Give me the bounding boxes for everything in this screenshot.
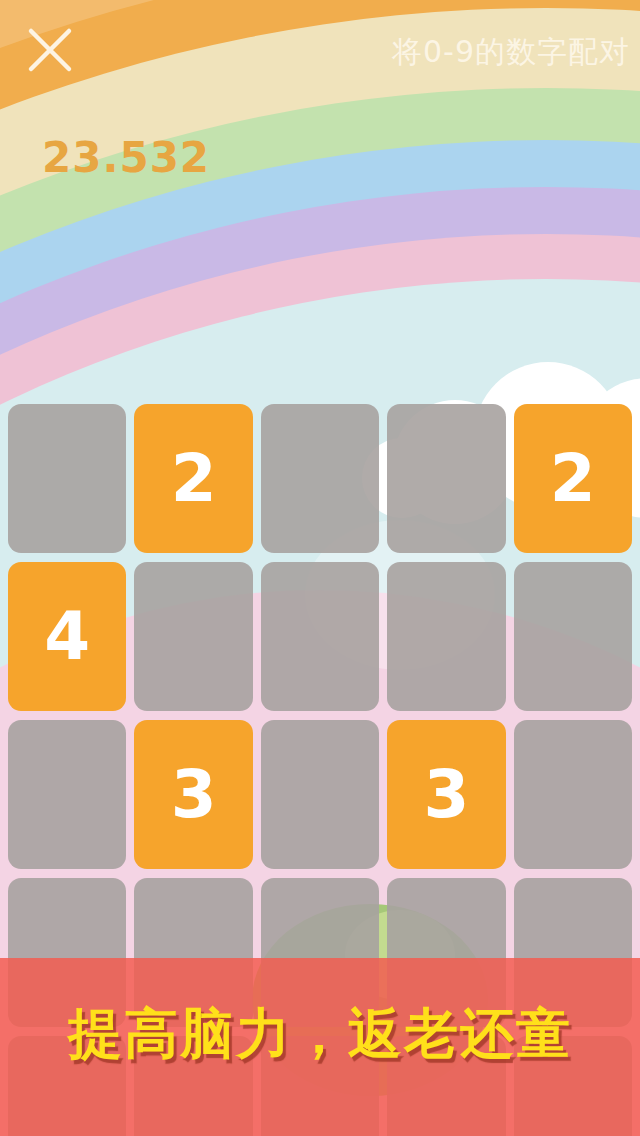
tile-blank[interactable] <box>261 720 379 869</box>
ad-banner-text: 提高脑力，返老还童 <box>68 998 572 1071</box>
header-bar: 将0-9的数字配对 <box>0 0 640 100</box>
ad-banner[interactable]: 提高脑力，返老还童 <box>0 958 640 1136</box>
close-button[interactable] <box>24 24 76 76</box>
tile-number[interactable]: 3 <box>134 720 252 869</box>
header-title: 将0-9的数字配对 <box>392 32 630 73</box>
close-icon <box>24 24 76 76</box>
tile-blank[interactable] <box>514 720 632 869</box>
tile-blank[interactable] <box>261 562 379 711</box>
tile-blank[interactable] <box>387 404 505 553</box>
tile-number[interactable]: 2 <box>134 404 252 553</box>
tile-number[interactable]: 4 <box>8 562 126 711</box>
tile-blank[interactable] <box>8 404 126 553</box>
tile-blank[interactable] <box>8 720 126 869</box>
tile-blank[interactable] <box>514 562 632 711</box>
timer-display: 23.532 <box>42 133 210 182</box>
app-screen: 将0-9的数字配对 23.532 22433 提高脑力，返老还童 <box>0 0 640 1136</box>
tile-blank[interactable] <box>134 562 252 711</box>
tile-number[interactable]: 2 <box>514 404 632 553</box>
tile-blank[interactable] <box>261 404 379 553</box>
tile-number[interactable]: 3 <box>387 720 505 869</box>
tile-blank[interactable] <box>387 562 505 711</box>
